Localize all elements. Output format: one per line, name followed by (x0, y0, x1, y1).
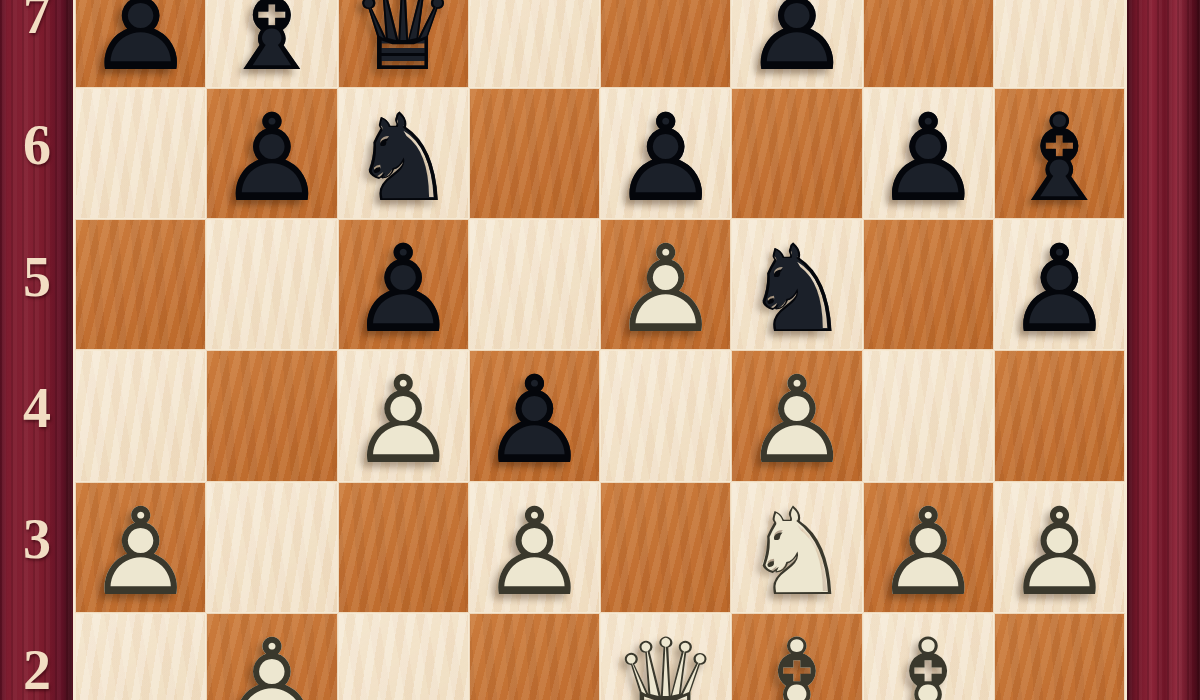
piece-white-pawn-e5: ♟♙ (601, 220, 730, 349)
piece-white-queen-e2: ♛♕ (601, 614, 730, 700)
square-c7[interactable]: ♛♕ (338, 0, 469, 88)
piece-black-pawn-h5: ♟♙ (995, 220, 1124, 349)
piece-black-pawn-a7: ♟♙ (76, 0, 205, 87)
square-g3[interactable]: ♟♙ (863, 482, 994, 613)
square-d7[interactable] (469, 0, 600, 88)
square-a6[interactable] (75, 88, 206, 219)
square-c6[interactable]: ♞♘ (338, 88, 469, 219)
chess-board: ♟♙♝♗♛♕♟♙♟♙♞♘♟♙♟♙♝♗♟♙♟♙♞♘♟♙♟♙♟♙♟♙♟♙♟♙♞♘♟♙… (73, 0, 1127, 700)
square-f6[interactable] (731, 88, 862, 219)
square-b6[interactable]: ♟♙ (206, 88, 337, 219)
piece-white-pawn-f4: ♟♙ (732, 351, 861, 480)
square-g4[interactable] (863, 350, 994, 481)
square-f3[interactable]: ♞♘ (731, 482, 862, 613)
square-g5[interactable] (863, 219, 994, 350)
square-h2[interactable] (994, 613, 1125, 700)
piece-white-pawn-a3: ♟♙ (76, 483, 205, 612)
square-d6[interactable] (469, 88, 600, 219)
piece-white-pawn-h3: ♟♙ (995, 483, 1124, 612)
piece-black-queen-c7: ♛♕ (339, 0, 468, 87)
square-h3[interactable]: ♟♙ (994, 482, 1125, 613)
square-g6[interactable]: ♟♙ (863, 88, 994, 219)
square-d4[interactable]: ♟♙ (469, 350, 600, 481)
square-a5[interactable] (75, 219, 206, 350)
square-e7[interactable] (600, 0, 731, 88)
piece-black-pawn-e6: ♟♙ (601, 89, 730, 218)
square-g2[interactable]: ♝♗ (863, 613, 994, 700)
square-c3[interactable] (338, 482, 469, 613)
piece-black-pawn-d4: ♟♙ (470, 351, 599, 480)
square-d2[interactable] (469, 613, 600, 700)
piece-white-pawn-c4: ♟♙ (339, 351, 468, 480)
rank-label-5: 5 (4, 249, 70, 305)
piece-white-pawn-g3: ♟♙ (864, 483, 993, 612)
square-e5[interactable]: ♟♙ (600, 219, 731, 350)
square-g7[interactable] (863, 0, 994, 88)
square-a2[interactable] (75, 613, 206, 700)
square-b2[interactable]: ♟♙ (206, 613, 337, 700)
square-f4[interactable]: ♟♙ (731, 350, 862, 481)
square-c5[interactable]: ♟♙ (338, 219, 469, 350)
square-b7[interactable]: ♝♗ (206, 0, 337, 88)
square-h4[interactable] (994, 350, 1125, 481)
piece-black-pawn-g6: ♟♙ (864, 89, 993, 218)
square-b4[interactable] (206, 350, 337, 481)
square-e3[interactable] (600, 482, 731, 613)
board-left-border: 765432 (0, 0, 73, 700)
square-c2[interactable] (338, 613, 469, 700)
piece-black-pawn-f7: ♟♙ (732, 0, 861, 87)
piece-black-bishop-b7: ♝♗ (207, 0, 336, 87)
square-f5[interactable]: ♞♘ (731, 219, 862, 350)
piece-black-pawn-b6: ♟♙ (207, 89, 336, 218)
piece-black-knight-f5: ♞♘ (732, 220, 861, 349)
square-c4[interactable]: ♟♙ (338, 350, 469, 481)
piece-white-pawn-d3: ♟♙ (470, 483, 599, 612)
square-a3[interactable]: ♟♙ (75, 482, 206, 613)
square-a7[interactable]: ♟♙ (75, 0, 206, 88)
square-a4[interactable] (75, 350, 206, 481)
square-d3[interactable]: ♟♙ (469, 482, 600, 613)
piece-white-pawn-b2: ♟♙ (207, 614, 336, 700)
piece-black-pawn-c5: ♟♙ (339, 220, 468, 349)
piece-black-knight-c6: ♞♘ (339, 89, 468, 218)
square-h5[interactable]: ♟♙ (994, 219, 1125, 350)
piece-white-bishop-g2: ♝♗ (864, 614, 993, 700)
square-e6[interactable]: ♟♙ (600, 88, 731, 219)
square-b3[interactable] (206, 482, 337, 613)
piece-black-bishop-h6: ♝♗ (995, 89, 1124, 218)
piece-white-bishop-f2: ♝♗ (732, 614, 861, 700)
square-b5[interactable] (206, 219, 337, 350)
square-e4[interactable] (600, 350, 731, 481)
rank-label-4: 4 (4, 380, 70, 436)
rank-label-3: 3 (4, 511, 70, 567)
rank-label-6: 6 (4, 117, 70, 173)
square-e2[interactable]: ♛♕ (600, 613, 731, 700)
rank-label-2: 2 (4, 642, 70, 698)
piece-white-knight-f3: ♞♘ (732, 483, 861, 612)
chess-diagram: ♟♙♝♗♛♕♟♙♟♙♞♘♟♙♟♙♝♗♟♙♟♙♞♘♟♙♟♙♟♙♟♙♟♙♟♙♞♘♟♙… (0, 0, 1200, 700)
rank-label-7: 7 (4, 0, 70, 42)
square-h6[interactable]: ♝♗ (994, 88, 1125, 219)
square-f7[interactable]: ♟♙ (731, 0, 862, 88)
square-d5[interactable] (469, 219, 600, 350)
square-f2[interactable]: ♝♗ (731, 613, 862, 700)
board-right-border (1127, 0, 1200, 700)
square-h7[interactable] (994, 0, 1125, 88)
